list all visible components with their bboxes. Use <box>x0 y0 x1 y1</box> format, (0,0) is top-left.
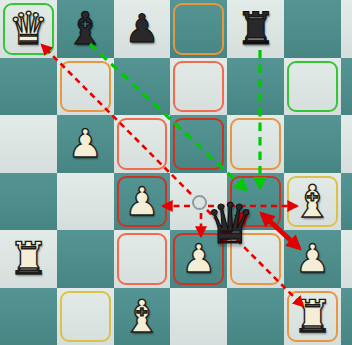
highlight-box <box>60 291 111 343</box>
square-r3c2[interactable]: ♟ <box>114 173 171 231</box>
square-r3c4[interactable] <box>227 173 284 231</box>
square-r5c5[interactable]: ♜ <box>284 288 341 345</box>
square-r5c6[interactable] <box>341 288 352 345</box>
piece-wP[interactable]: ♟ <box>68 124 103 163</box>
square-r1c5[interactable] <box>284 58 341 116</box>
square-r2c5[interactable] <box>284 115 341 173</box>
highlight-box <box>230 176 281 228</box>
square-r0c4[interactable]: ♜ <box>227 0 284 58</box>
square-r4c3[interactable]: ♟ <box>170 230 227 288</box>
piece-wQ[interactable]: ♛ <box>8 6 48 51</box>
square-r4c4[interactable] <box>227 230 284 288</box>
highlight-box <box>173 118 224 170</box>
square-r1c0[interactable] <box>0 58 57 116</box>
highlight-box <box>117 118 168 170</box>
square-r2c6[interactable] <box>341 115 352 173</box>
piece-wP[interactable]: ♟ <box>125 182 160 221</box>
square-r0c5[interactable] <box>284 0 341 58</box>
square-r1c2[interactable] <box>114 58 171 116</box>
highlight-box <box>173 61 224 113</box>
piece-wP[interactable]: ♟ <box>181 239 216 278</box>
square-r3c0[interactable] <box>0 173 57 231</box>
square-r3c1[interactable] <box>57 173 114 231</box>
piece-wP[interactable]: ♟ <box>295 239 330 278</box>
square-r2c1[interactable]: ♟ <box>57 115 114 173</box>
square-r0c6[interactable] <box>341 0 352 58</box>
square-r0c1[interactable]: ♝ <box>57 0 114 58</box>
piece-wR[interactable]: ♜ <box>8 236 48 281</box>
square-r4c0[interactable]: ♜ <box>0 230 57 288</box>
highlight-box <box>230 118 281 170</box>
square-r1c1[interactable] <box>57 58 114 116</box>
square-r5c4[interactable] <box>227 288 284 345</box>
square-r5c2[interactable]: ♝ <box>114 288 171 345</box>
square-r4c1[interactable] <box>57 230 114 288</box>
square-r1c6[interactable] <box>341 58 352 116</box>
square-r1c4[interactable] <box>227 58 284 116</box>
highlight-box <box>117 233 168 285</box>
piece-wB[interactable]: ♝ <box>122 294 162 339</box>
highlight-box <box>60 61 111 113</box>
piece-bB[interactable]: ♝ <box>65 6 105 51</box>
square-r0c2[interactable]: ♟ <box>114 0 171 58</box>
highlight-box <box>230 233 281 285</box>
square-r1c3[interactable] <box>170 58 227 116</box>
square-r4c2[interactable] <box>114 230 171 288</box>
square-r0c0[interactable]: ♛ <box>0 0 57 58</box>
square-r2c0[interactable] <box>0 115 57 173</box>
piece-bP[interactable]: ♟ <box>125 9 160 48</box>
square-r0c3[interactable] <box>170 0 227 58</box>
square-r5c1[interactable] <box>57 288 114 345</box>
square-r3c6[interactable] <box>341 173 352 231</box>
square-r3c5[interactable]: ♝ <box>284 173 341 231</box>
piece-bR[interactable]: ♜ <box>235 6 275 51</box>
piece-wB[interactable]: ♝ <box>292 179 332 224</box>
square-r3c3[interactable] <box>170 173 227 231</box>
square-r2c4[interactable] <box>227 115 284 173</box>
square-r5c0[interactable] <box>0 288 57 345</box>
chess-board: ♛♝♟♜♟♟♝♜♟♟♝♜ <box>0 0 352 345</box>
square-r4c6[interactable] <box>341 230 352 288</box>
chess-board-stage: ♛♝♟♜♟♟♝♜♟♟♝♜ ♛ <box>0 0 352 345</box>
square-r2c2[interactable] <box>114 115 171 173</box>
square-r4c5[interactable]: ♟ <box>284 230 341 288</box>
square-r2c3[interactable] <box>170 115 227 173</box>
highlight-box <box>287 61 338 113</box>
square-r5c3[interactable] <box>170 288 227 345</box>
piece-wR[interactable]: ♜ <box>292 294 332 339</box>
highlight-box <box>173 3 224 55</box>
